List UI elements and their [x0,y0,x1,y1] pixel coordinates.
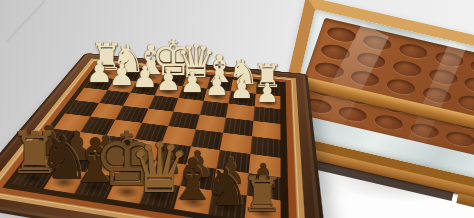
piece-shadow [217,175,244,192]
piece-shadow [250,180,276,197]
board-frame-orange-band [0,60,301,218]
piece-recess [373,113,405,133]
piece-recess [421,85,453,105]
piece-recess [361,33,393,53]
piece-shadow [248,203,276,218]
piece-recess [391,59,423,79]
piece-recess [337,104,369,124]
piece-shadow [232,95,252,105]
piece-shadow [257,98,277,108]
piece-shadow [158,87,179,96]
piece-recess [408,121,440,141]
piece-shadow [33,151,62,165]
piece-recess [385,77,417,97]
piece-recess [427,67,459,87]
piece-shadow [178,193,207,211]
piece-recess [325,25,357,45]
piece-shadow [144,188,174,206]
piece-shadow [206,92,227,102]
piece-recess [319,43,351,63]
square-a8[interactable] [244,195,281,218]
piece-shadow [91,158,120,173]
piece-shadow [111,82,133,91]
piece-shadow [111,183,141,200]
piece-recess [397,41,429,61]
piece-recess [457,93,474,113]
wall-crease-line [6,0,46,42]
piece-recess [313,60,345,80]
board-squares [12,66,280,218]
piece-shadow [121,163,149,178]
piece-recess [355,51,387,71]
piece-shadow [182,90,203,99]
piece-recess [463,76,474,96]
square-c8[interactable] [173,185,212,214]
piece-shadow [184,171,211,187]
photo-scene: ♜♞♝♚♛♝♞♜♟♟♟♟♟♟♟♟♟♟♟♟♟♟♟♟♜♞♝♚♛♝♞♜ [0,0,474,218]
piece-shadow [79,179,110,196]
piece-shadow [88,80,110,89]
piece-shadow [61,155,90,170]
piece-shadow [152,167,180,183]
chess-board [0,53,329,218]
piece-recess [469,58,474,78]
piece-shadow [48,174,79,191]
piece-recess [349,69,381,89]
board-frame-inner-border [2,63,289,218]
piece-recess [433,49,465,69]
square-b8[interactable] [208,190,246,218]
piece-shadow [134,85,155,94]
board-frame-tan-band [0,58,307,218]
piece-shadow [213,198,242,217]
piece-shadow [18,170,50,186]
piece-recess [444,129,474,149]
